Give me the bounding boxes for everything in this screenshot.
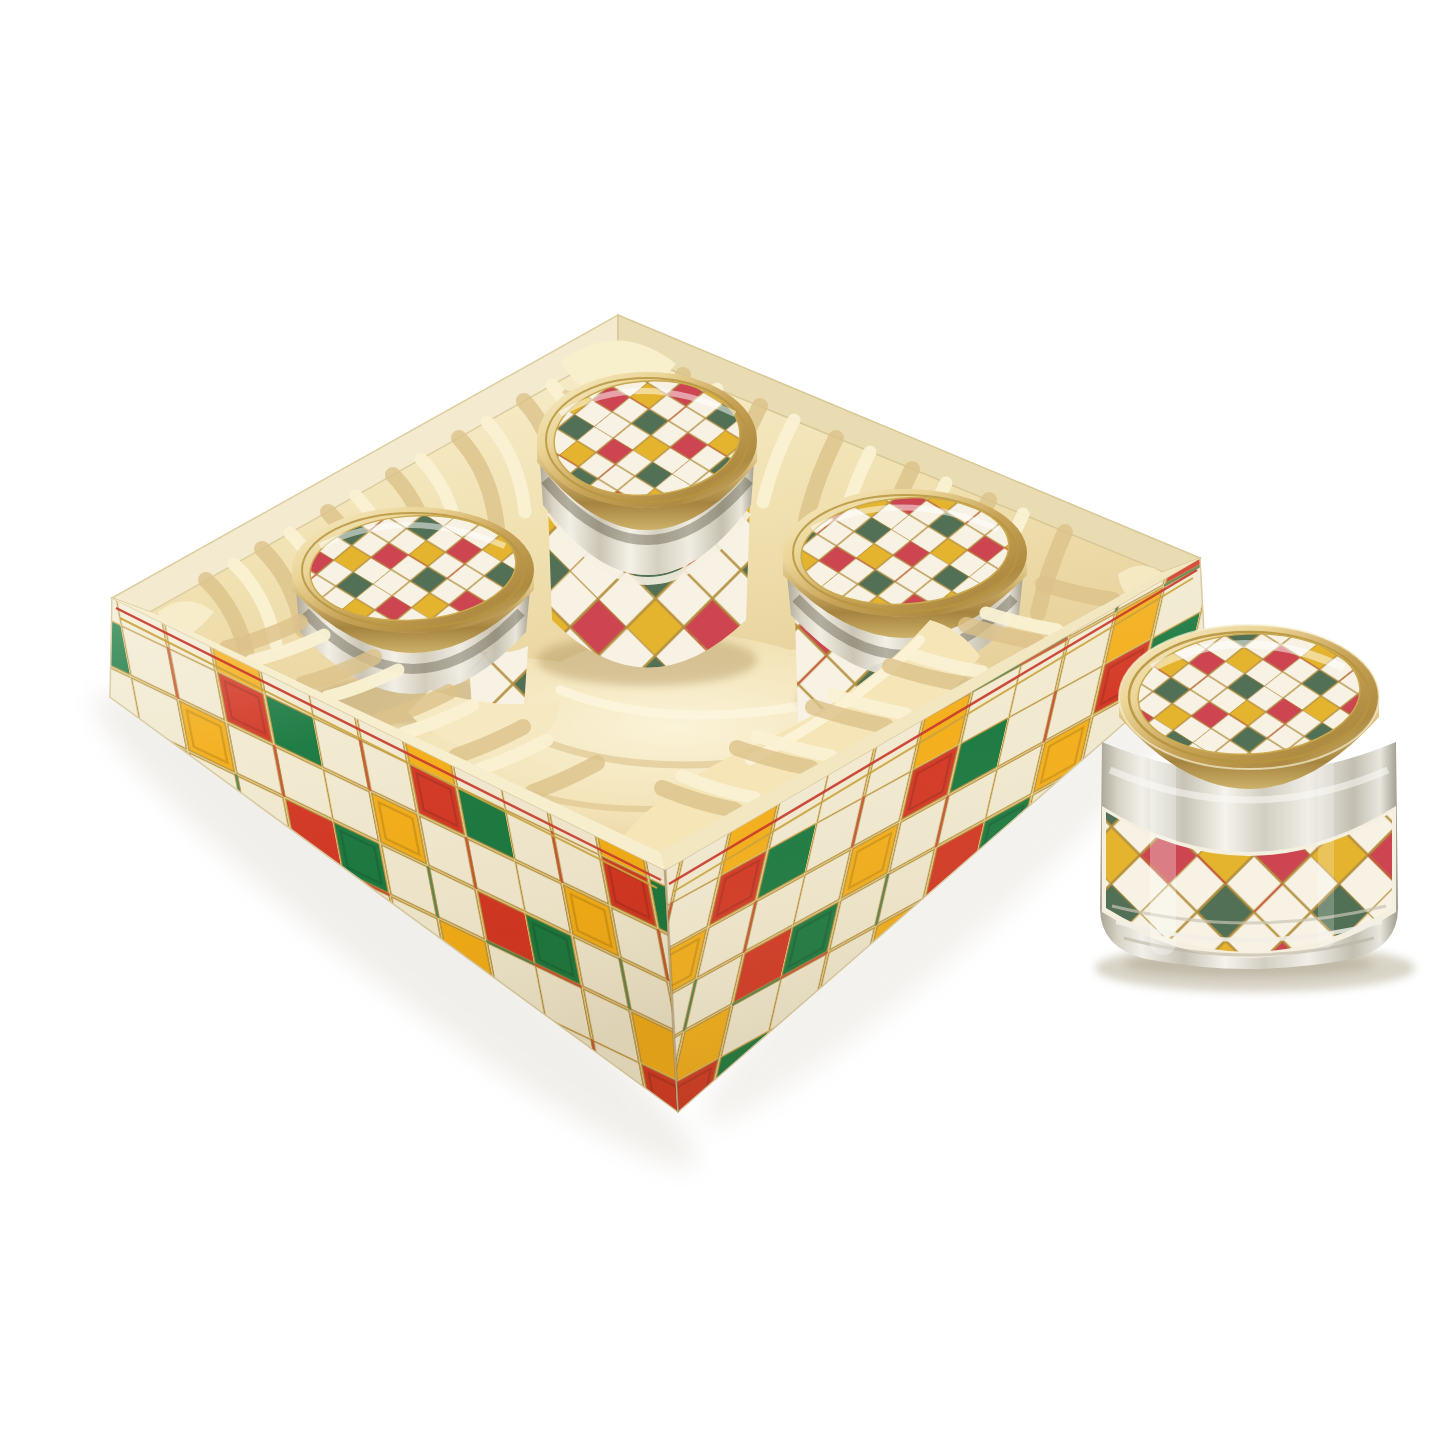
jar-outside xyxy=(1100,625,1398,977)
product-photo xyxy=(0,0,1445,1445)
jar-back xyxy=(537,372,757,668)
jar-outside-glass-highlight xyxy=(1150,750,1176,955)
jar-outside-glass-highlight-2 xyxy=(1318,756,1334,948)
photo-canvas xyxy=(0,0,1445,1445)
